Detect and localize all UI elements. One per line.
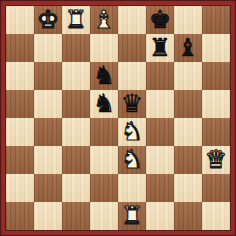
square-f3[interactable] [146, 146, 174, 174]
chess-board: ♚♜♝♚♜♝♞♞♛♞♞♛♜ [5, 5, 231, 231]
square-f2[interactable] [146, 174, 174, 202]
square-g3[interactable] [174, 146, 202, 174]
square-h3[interactable]: ♛ [202, 146, 230, 174]
square-c4[interactable] [62, 118, 90, 146]
square-b2[interactable] [34, 174, 62, 202]
square-f8[interactable]: ♚ [146, 6, 174, 34]
black-knight: ♞ [93, 62, 115, 90]
square-d7[interactable] [90, 34, 118, 62]
square-f5[interactable] [146, 90, 174, 118]
white-rook: ♜ [121, 202, 143, 230]
square-d6[interactable]: ♞ [90, 62, 118, 90]
square-a8[interactable] [6, 6, 34, 34]
black-bishop: ♝ [177, 34, 199, 62]
square-g1[interactable] [174, 202, 202, 230]
square-d2[interactable] [90, 174, 118, 202]
square-h4[interactable] [202, 118, 230, 146]
square-d8[interactable]: ♝ [90, 6, 118, 34]
square-b4[interactable] [34, 118, 62, 146]
square-d4[interactable] [90, 118, 118, 146]
square-d5[interactable]: ♞ [90, 90, 118, 118]
square-f1[interactable] [146, 202, 174, 230]
square-e6[interactable] [118, 62, 146, 90]
square-b8[interactable]: ♚ [34, 6, 62, 34]
white-knight: ♞ [121, 146, 143, 174]
square-c8[interactable]: ♜ [62, 6, 90, 34]
square-g8[interactable] [174, 6, 202, 34]
white-rook: ♜ [65, 6, 87, 34]
square-e7[interactable] [118, 34, 146, 62]
square-b6[interactable] [34, 62, 62, 90]
square-e5[interactable]: ♛ [118, 90, 146, 118]
square-b1[interactable] [34, 202, 62, 230]
square-h2[interactable] [202, 174, 230, 202]
black-king: ♚ [149, 6, 171, 34]
square-h7[interactable] [202, 34, 230, 62]
square-h5[interactable] [202, 90, 230, 118]
square-a3[interactable] [6, 146, 34, 174]
square-b5[interactable] [34, 90, 62, 118]
black-rook: ♜ [149, 34, 171, 62]
black-queen: ♛ [121, 90, 143, 118]
square-h6[interactable] [202, 62, 230, 90]
square-d1[interactable] [90, 202, 118, 230]
white-bishop: ♝ [93, 6, 115, 34]
square-g4[interactable] [174, 118, 202, 146]
square-e4[interactable]: ♞ [118, 118, 146, 146]
square-g5[interactable] [174, 90, 202, 118]
square-c5[interactable] [62, 90, 90, 118]
square-b7[interactable] [34, 34, 62, 62]
square-h8[interactable] [202, 6, 230, 34]
black-knight: ♞ [93, 90, 115, 118]
square-e8[interactable] [118, 6, 146, 34]
square-f7[interactable]: ♜ [146, 34, 174, 62]
square-e2[interactable] [118, 174, 146, 202]
square-a2[interactable] [6, 174, 34, 202]
square-g2[interactable] [174, 174, 202, 202]
square-a1[interactable] [6, 202, 34, 230]
square-c3[interactable] [62, 146, 90, 174]
square-a7[interactable] [6, 34, 34, 62]
white-knight: ♞ [121, 118, 143, 146]
square-a4[interactable] [6, 118, 34, 146]
square-e1[interactable]: ♜ [118, 202, 146, 230]
white-king: ♚ [37, 6, 59, 34]
square-g6[interactable] [174, 62, 202, 90]
white-queen: ♛ [205, 146, 227, 174]
square-d3[interactable] [90, 146, 118, 174]
square-a5[interactable] [6, 90, 34, 118]
square-c1[interactable] [62, 202, 90, 230]
board-frame: ♚♜♝♚♜♝♞♞♛♞♞♛♜ [0, 0, 236, 236]
square-f6[interactable] [146, 62, 174, 90]
square-b3[interactable] [34, 146, 62, 174]
square-c7[interactable] [62, 34, 90, 62]
square-f4[interactable] [146, 118, 174, 146]
square-c2[interactable] [62, 174, 90, 202]
square-a6[interactable] [6, 62, 34, 90]
square-e3[interactable]: ♞ [118, 146, 146, 174]
square-h1[interactable] [202, 202, 230, 230]
square-g7[interactable]: ♝ [174, 34, 202, 62]
square-c6[interactable] [62, 62, 90, 90]
